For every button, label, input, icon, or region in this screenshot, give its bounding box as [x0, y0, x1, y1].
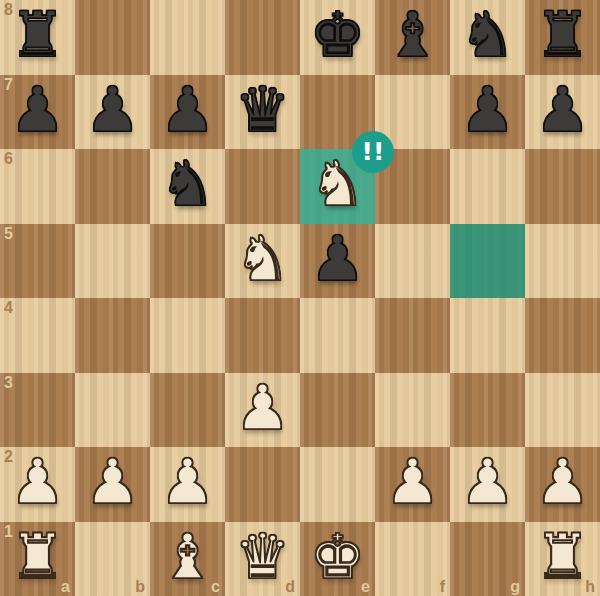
square-h1[interactable]: ♜h: [525, 522, 600, 596]
square-f2[interactable]: ♟: [375, 447, 450, 522]
square-a1[interactable]: ♜1a: [0, 522, 75, 596]
square-b5[interactable]: [75, 224, 150, 299]
square-b7[interactable]: ♟: [75, 75, 150, 150]
square-a4[interactable]: 4: [0, 298, 75, 373]
black-knight[interactable]: ♞: [460, 0, 516, 73]
rank-label-5: 5: [4, 225, 13, 243]
black-bishop[interactable]: ♝: [385, 0, 441, 73]
square-h7[interactable]: ♟: [525, 75, 600, 150]
square-g8[interactable]: ♞: [450, 0, 525, 75]
black-pawn[interactable]: ♟: [460, 73, 516, 148]
square-e3[interactable]: [300, 373, 375, 448]
square-h4[interactable]: [525, 298, 600, 373]
square-a7[interactable]: ♟7: [0, 75, 75, 150]
square-h3[interactable]: [525, 373, 600, 448]
square-d1[interactable]: ♛d: [225, 522, 300, 596]
square-a5[interactable]: 5: [0, 224, 75, 299]
file-label-f: f: [440, 578, 445, 596]
square-g5[interactable]: [450, 224, 525, 299]
square-a8[interactable]: ♜8: [0, 0, 75, 75]
square-e8[interactable]: ♚: [300, 0, 375, 75]
square-a6[interactable]: 6: [0, 149, 75, 224]
black-pawn[interactable]: ♟: [160, 73, 216, 148]
square-d6[interactable]: [225, 149, 300, 224]
square-f1[interactable]: f: [375, 522, 450, 596]
black-pawn[interactable]: ♟: [310, 222, 366, 297]
square-g7[interactable]: ♟: [450, 75, 525, 150]
file-label-g: g: [510, 578, 520, 596]
white-rook[interactable]: ♜: [535, 520, 591, 595]
black-rook[interactable]: ♜: [10, 0, 66, 73]
white-queen[interactable]: ♛: [235, 520, 291, 595]
square-c3[interactable]: [150, 373, 225, 448]
square-d5[interactable]: ♞: [225, 224, 300, 299]
square-c7[interactable]: ♟: [150, 75, 225, 150]
square-e5[interactable]: ♟: [300, 224, 375, 299]
square-d7[interactable]: ♛: [225, 75, 300, 150]
square-b6[interactable]: [75, 149, 150, 224]
square-c5[interactable]: [150, 224, 225, 299]
square-f3[interactable]: [375, 373, 450, 448]
square-c1[interactable]: ♝c: [150, 522, 225, 596]
square-g2[interactable]: ♟: [450, 447, 525, 522]
square-d2[interactable]: [225, 447, 300, 522]
square-e2[interactable]: [300, 447, 375, 522]
square-c6[interactable]: ♞: [150, 149, 225, 224]
square-g4[interactable]: [450, 298, 525, 373]
square-c8[interactable]: [150, 0, 225, 75]
white-rook[interactable]: ♜: [10, 520, 66, 595]
brilliant-move-symbol: !!: [362, 137, 385, 166]
square-f4[interactable]: [375, 298, 450, 373]
square-g1[interactable]: g: [450, 522, 525, 596]
square-g3[interactable]: [450, 373, 525, 448]
chess-board: !! ♜8♚♝♞♜♟7♟♟♛♟♟6♞♞5♞♟43♟♟2♟♟♟♟♟♜1ab♝c♛d…: [0, 0, 600, 596]
black-rook[interactable]: ♜: [535, 0, 591, 73]
square-g6[interactable]: [450, 149, 525, 224]
square-d4[interactable]: [225, 298, 300, 373]
black-pawn[interactable]: ♟: [85, 73, 141, 148]
white-pawn[interactable]: ♟: [535, 445, 591, 520]
square-a2[interactable]: ♟2: [0, 447, 75, 522]
rank-label-4: 4: [4, 299, 13, 317]
square-b3[interactable]: [75, 373, 150, 448]
square-f5[interactable]: [375, 224, 450, 299]
white-bishop[interactable]: ♝: [160, 520, 216, 595]
black-pawn[interactable]: ♟: [535, 73, 591, 148]
white-pawn[interactable]: ♟: [460, 445, 516, 520]
brilliant-move-badge: !!: [352, 131, 394, 173]
square-d3[interactable]: ♟: [225, 373, 300, 448]
square-a3[interactable]: 3: [0, 373, 75, 448]
square-c4[interactable]: [150, 298, 225, 373]
white-pawn[interactable]: ♟: [85, 445, 141, 520]
rank-label-3: 3: [4, 374, 13, 392]
square-b8[interactable]: [75, 0, 150, 75]
white-pawn[interactable]: ♟: [385, 445, 441, 520]
square-h2[interactable]: ♟: [525, 447, 600, 522]
square-b4[interactable]: [75, 298, 150, 373]
black-king[interactable]: ♚: [310, 0, 366, 73]
square-e4[interactable]: [300, 298, 375, 373]
black-queen[interactable]: ♛: [235, 73, 291, 148]
black-pawn[interactable]: ♟: [10, 73, 66, 148]
white-pawn[interactable]: ♟: [235, 371, 291, 446]
white-king[interactable]: ♚: [310, 520, 366, 595]
file-label-b: b: [135, 578, 145, 596]
black-knight[interactable]: ♞: [160, 147, 216, 222]
square-b2[interactable]: ♟: [75, 447, 150, 522]
square-h8[interactable]: ♜: [525, 0, 600, 75]
square-d8[interactable]: [225, 0, 300, 75]
white-knight[interactable]: ♞: [235, 222, 291, 297]
white-pawn[interactable]: ♟: [10, 445, 66, 520]
square-b1[interactable]: b: [75, 522, 150, 596]
square-c2[interactable]: ♟: [150, 447, 225, 522]
square-f8[interactable]: ♝: [375, 0, 450, 75]
square-e1[interactable]: ♚e: [300, 522, 375, 596]
square-h5[interactable]: [525, 224, 600, 299]
square-h6[interactable]: [525, 149, 600, 224]
white-pawn[interactable]: ♟: [160, 445, 216, 520]
rank-label-6: 6: [4, 150, 13, 168]
